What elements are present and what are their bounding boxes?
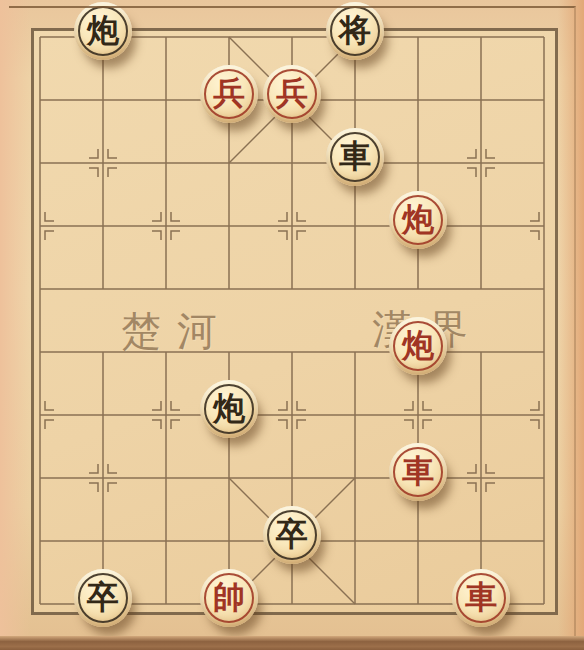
piece-character: 卒	[87, 581, 119, 613]
piece-black-cannon[interactable]: 炮	[74, 2, 132, 60]
piece-red-cannon[interactable]: 炮	[389, 317, 447, 375]
piece-character: 卒	[276, 518, 308, 550]
piece-character: 車	[339, 140, 371, 172]
piece-character: 炮	[213, 392, 245, 424]
piece-black-cannon[interactable]: 炮	[200, 380, 258, 438]
piece-black-soldier[interactable]: 卒	[74, 569, 132, 627]
piece-red-cannon[interactable]: 炮	[389, 191, 447, 249]
piece-character: 兵	[276, 77, 308, 109]
piece-red-soldier[interactable]: 兵	[200, 65, 258, 123]
piece-black-chariot[interactable]: 車	[326, 128, 384, 186]
piece-character: 車	[465, 581, 497, 613]
piece-character: 帥	[213, 581, 245, 613]
piece-black-soldier[interactable]: 卒	[263, 506, 321, 564]
piece-red-general[interactable]: 帥	[200, 569, 258, 627]
piece-character: 炮	[402, 203, 434, 235]
piece-character: 将	[339, 14, 371, 46]
piece-red-soldier[interactable]: 兵	[263, 65, 321, 123]
piece-character: 炮	[402, 329, 434, 361]
piece-character: 車	[402, 455, 434, 487]
piece-red-chariot[interactable]: 車	[452, 569, 510, 627]
piece-black-general[interactable]: 将	[326, 2, 384, 60]
piece-character: 兵	[213, 77, 245, 109]
plate-bottom-bevel	[0, 636, 584, 650]
piece-red-chariot[interactable]: 車	[389, 443, 447, 501]
piece-character: 炮	[87, 14, 119, 46]
